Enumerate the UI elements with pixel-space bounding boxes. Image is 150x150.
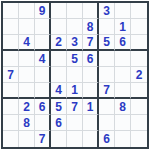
cell-r3c3[interactable] [35,35,51,51]
cell-r4c8[interactable] [115,51,131,67]
cell-r1c5[interactable] [67,3,83,19]
cell-r1c8[interactable] [115,3,131,19]
cell-r1c9[interactable] [131,3,147,19]
cell-r9c5[interactable] [67,131,83,147]
cell-r2c8[interactable]: 1 [115,19,131,35]
cell-r6c6[interactable] [83,83,99,99]
cell-r8c1[interactable] [3,115,19,131]
cell-r9c2[interactable] [19,131,35,147]
cell-r8c6[interactable] [83,115,99,131]
cell-r3c2[interactable]: 4 [19,35,35,51]
cell-r4c9[interactable] [131,51,147,67]
cell-r6c8[interactable] [115,83,131,99]
cell-r9c3[interactable]: 7 [35,131,51,147]
cell-r8c5[interactable] [67,115,83,131]
cell-r9c1[interactable] [3,131,19,147]
cell-r1c1[interactable] [3,3,19,19]
cell-r3c6[interactable]: 7 [83,35,99,51]
cell-r7c7[interactable] [99,99,115,115]
cell-r6c7[interactable]: 7 [99,83,115,99]
cell-r4c3[interactable]: 4 [35,51,51,67]
cell-r2c4[interactable] [51,19,67,35]
cell-r9c8[interactable] [115,131,131,147]
cell-r8c9[interactable] [131,115,147,131]
cell-r5c2[interactable] [19,67,35,83]
cell-r7c8[interactable]: 8 [115,99,131,115]
cell-r6c3[interactable] [35,83,51,99]
cell-r3c5[interactable]: 3 [67,35,83,51]
cell-r8c4[interactable]: 6 [51,115,67,131]
cell-r4c6[interactable]: 6 [83,51,99,67]
cell-r5c7[interactable] [99,67,115,83]
cell-r7c9[interactable] [131,99,147,115]
cell-r3c9[interactable] [131,35,147,51]
cell-r2c6[interactable]: 8 [83,19,99,35]
cell-r5c5[interactable] [67,67,83,83]
cell-r1c3[interactable]: 9 [35,3,51,19]
cell-r7c1[interactable] [3,99,19,115]
cell-r5c9[interactable]: 2 [131,67,147,83]
sudoku-board-wrapper: 9381423756456724172657188676 [0,0,150,150]
cell-r9c4[interactable] [51,131,67,147]
cell-r6c9[interactable] [131,83,147,99]
cell-r7c3[interactable]: 6 [35,99,51,115]
cell-r5c4[interactable] [51,67,67,83]
cell-r9c9[interactable] [131,131,147,147]
cell-r8c7[interactable] [99,115,115,131]
cell-r5c8[interactable] [115,67,131,83]
cell-r1c7[interactable]: 3 [99,3,115,19]
cell-r1c6[interactable] [83,3,99,19]
cell-r3c7[interactable]: 5 [99,35,115,51]
cell-r2c3[interactable] [35,19,51,35]
cell-r3c8[interactable]: 6 [115,35,131,51]
cell-r6c2[interactable] [19,83,35,99]
cell-r4c7[interactable] [99,51,115,67]
cell-r7c4[interactable]: 5 [51,99,67,115]
cell-r4c1[interactable] [3,51,19,67]
cell-r7c2[interactable]: 2 [19,99,35,115]
cell-r1c2[interactable] [19,3,35,19]
cell-r2c2[interactable] [19,19,35,35]
cell-r2c1[interactable] [3,19,19,35]
cell-r3c4[interactable]: 2 [51,35,67,51]
cell-r6c1[interactable] [3,83,19,99]
cell-r7c5[interactable]: 7 [67,99,83,115]
cell-r7c6[interactable]: 1 [83,99,99,115]
cell-r4c2[interactable] [19,51,35,67]
cell-r5c6[interactable] [83,67,99,83]
cell-r4c5[interactable]: 5 [67,51,83,67]
cell-r2c5[interactable] [67,19,83,35]
cell-r5c1[interactable]: 7 [3,67,19,83]
cell-r1c4[interactable] [51,3,67,19]
cell-r8c3[interactable] [35,115,51,131]
cell-r9c7[interactable]: 6 [99,131,115,147]
cell-r8c2[interactable]: 8 [19,115,35,131]
cell-r6c5[interactable]: 1 [67,83,83,99]
cell-r8c8[interactable] [115,115,131,131]
cell-r2c7[interactable] [99,19,115,35]
sudoku-board: 9381423756456724172657188676 [1,1,149,149]
cell-r4c4[interactable] [51,51,67,67]
cell-r3c1[interactable] [3,35,19,51]
cell-r6c4[interactable]: 4 [51,83,67,99]
cell-r9c6[interactable] [83,131,99,147]
cell-r5c3[interactable] [35,67,51,83]
cell-r2c9[interactable] [131,19,147,35]
